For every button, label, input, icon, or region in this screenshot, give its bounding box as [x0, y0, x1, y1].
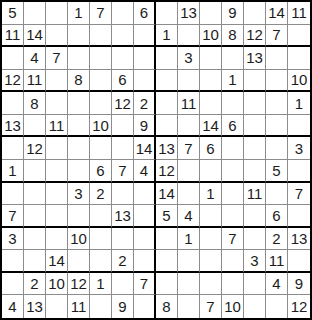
cell-r7c5[interactable] — [90, 137, 112, 160]
cell-r12c13[interactable]: 11 — [266, 250, 288, 273]
cell-r14c14[interactable]: 12 — [288, 295, 310, 318]
cell-r7c14[interactable]: 3 — [288, 137, 310, 160]
cell-r14c10[interactable]: 7 — [200, 295, 222, 318]
cell-r11c8[interactable] — [156, 228, 178, 251]
cell-r8c4[interactable] — [68, 160, 90, 183]
cell-r9c7[interactable] — [134, 183, 156, 206]
cell-r12c7[interactable] — [134, 250, 156, 273]
cell-r14c6[interactable]: 9 — [112, 295, 134, 318]
cell-r2c1[interactable]: 11 — [2, 25, 24, 48]
cell-r3c4[interactable] — [68, 47, 90, 70]
cell-r3c12[interactable]: 13 — [244, 47, 266, 70]
cell-r3c14[interactable] — [288, 47, 310, 70]
cell-r14c11[interactable]: 10 — [222, 295, 244, 318]
cell-r11c12[interactable] — [244, 228, 266, 251]
cell-r8c3[interactable] — [46, 160, 68, 183]
cell-r1c1[interactable]: 5 — [2, 2, 24, 25]
cell-r9c12[interactable]: 11 — [244, 183, 266, 206]
cell-r8c14[interactable] — [288, 160, 310, 183]
cell-r10c14[interactable] — [288, 205, 310, 228]
cell-r4c10[interactable] — [200, 70, 222, 93]
cell-r9c13[interactable] — [266, 183, 288, 206]
cell-r10c10[interactable] — [200, 205, 222, 228]
cell-r6c2[interactable] — [24, 115, 46, 138]
cell-r12c4[interactable] — [68, 250, 90, 273]
cell-r3c9[interactable]: 3 — [178, 47, 200, 70]
cell-r5c3[interactable] — [46, 92, 68, 115]
cell-r7c8[interactable]: 13 — [156, 137, 178, 160]
cell-r1c14[interactable]: 11 — [288, 2, 310, 25]
sudoku-board: 5176139141111141108127473131211861108122… — [0, 0, 312, 320]
cell-r7c2[interactable]: 12 — [24, 137, 46, 160]
cell-r9c6[interactable] — [112, 183, 134, 206]
cell-r13c13[interactable]: 4 — [266, 273, 288, 296]
cell-r11c2[interactable] — [24, 228, 46, 251]
cell-r8c10[interactable] — [200, 160, 222, 183]
cell-r6c10[interactable]: 14 — [200, 115, 222, 138]
cell-r1c12[interactable] — [244, 2, 266, 25]
cell-r1c6[interactable] — [112, 2, 134, 25]
cell-r1c8[interactable] — [156, 2, 178, 25]
cell-r4c7[interactable] — [134, 70, 156, 93]
cell-r4c4[interactable]: 8 — [68, 70, 90, 93]
cell-r5c11[interactable] — [222, 92, 244, 115]
cell-r2c7[interactable] — [134, 25, 156, 48]
cell-r12c6[interactable]: 2 — [112, 250, 134, 273]
cell-r12c14[interactable] — [288, 250, 310, 273]
cell-r3c7[interactable] — [134, 47, 156, 70]
cell-r1c3[interactable] — [46, 2, 68, 25]
cell-r11c13[interactable]: 2 — [266, 228, 288, 251]
cell-r6c7[interactable]: 9 — [134, 115, 156, 138]
cell-r6c8[interactable] — [156, 115, 178, 138]
cell-r14c13[interactable] — [266, 295, 288, 318]
cell-r11c14[interactable]: 13 — [288, 228, 310, 251]
cell-r12c12[interactable]: 3 — [244, 250, 266, 273]
cell-r4c1[interactable]: 12 — [2, 70, 24, 93]
cell-r4c2[interactable]: 11 — [24, 70, 46, 93]
cell-r1c5[interactable]: 7 — [90, 2, 112, 25]
cell-r7c4[interactable] — [68, 137, 90, 160]
cell-r2c6[interactable] — [112, 25, 134, 48]
cell-r10c11[interactable] — [222, 205, 244, 228]
cell-r13c10[interactable] — [200, 273, 222, 296]
cell-r5c13[interactable] — [266, 92, 288, 115]
cell-r6c9[interactable] — [178, 115, 200, 138]
cell-r3c10[interactable] — [200, 47, 222, 70]
cell-r10c6[interactable]: 13 — [112, 205, 134, 228]
cell-r3c5[interactable] — [90, 47, 112, 70]
cell-r3c1[interactable] — [2, 47, 24, 70]
cell-r2c12[interactable]: 12 — [244, 25, 266, 48]
cell-r10c3[interactable] — [46, 205, 68, 228]
cell-r2c13[interactable]: 7 — [266, 25, 288, 48]
cell-r1c2[interactable] — [24, 2, 46, 25]
cell-r5c2[interactable]: 8 — [24, 92, 46, 115]
cell-r9c9[interactable] — [178, 183, 200, 206]
cell-r4c12[interactable] — [244, 70, 266, 93]
cell-r3c8[interactable] — [156, 47, 178, 70]
cell-r12c8[interactable] — [156, 250, 178, 273]
cell-r12c3[interactable]: 14 — [46, 250, 68, 273]
cell-r6c1[interactable]: 13 — [2, 115, 24, 138]
cell-r7c3[interactable] — [46, 137, 68, 160]
cell-r14c9[interactable] — [178, 295, 200, 318]
cell-r4c13[interactable] — [266, 70, 288, 93]
cell-r12c9[interactable] — [178, 250, 200, 273]
cell-r1c10[interactable] — [200, 2, 222, 25]
cell-r4c9[interactable] — [178, 70, 200, 93]
cell-r13c8[interactable] — [156, 273, 178, 296]
cell-r5c5[interactable] — [90, 92, 112, 115]
cell-r13c3[interactable]: 10 — [46, 273, 68, 296]
cell-r4c3[interactable] — [46, 70, 68, 93]
cell-r5c1[interactable] — [2, 92, 24, 115]
cell-r13c12[interactable] — [244, 273, 266, 296]
cell-r10c12[interactable] — [244, 205, 266, 228]
cell-r8c1[interactable]: 1 — [2, 160, 24, 183]
cell-r4c11[interactable]: 1 — [222, 70, 244, 93]
cell-r10c5[interactable] — [90, 205, 112, 228]
cell-r6c11[interactable]: 6 — [222, 115, 244, 138]
cell-r13c4[interactable]: 12 — [68, 273, 90, 296]
cell-r2c14[interactable] — [288, 25, 310, 48]
cell-r7c12[interactable] — [244, 137, 266, 160]
cell-r2c3[interactable] — [46, 25, 68, 48]
cell-r6c13[interactable] — [266, 115, 288, 138]
cell-r14c4[interactable]: 11 — [68, 295, 90, 318]
cell-r1c4[interactable]: 1 — [68, 2, 90, 25]
cell-r3c3[interactable]: 7 — [46, 47, 68, 70]
cell-r3c11[interactable] — [222, 47, 244, 70]
cell-r11c1[interactable]: 3 — [2, 228, 24, 251]
cell-r5c14[interactable]: 1 — [288, 92, 310, 115]
cell-r5c8[interactable] — [156, 92, 178, 115]
cell-r2c10[interactable]: 10 — [200, 25, 222, 48]
cell-r10c7[interactable] — [134, 205, 156, 228]
cell-r2c5[interactable] — [90, 25, 112, 48]
cell-r10c1[interactable]: 7 — [2, 205, 24, 228]
cell-r8c8[interactable]: 12 — [156, 160, 178, 183]
cell-r5c4[interactable] — [68, 92, 90, 115]
cell-r8c9[interactable] — [178, 160, 200, 183]
cell-r4c14[interactable]: 10 — [288, 70, 310, 93]
cell-r8c13[interactable]: 5 — [266, 160, 288, 183]
cell-r14c3[interactable] — [46, 295, 68, 318]
cell-r10c2[interactable] — [24, 205, 46, 228]
cell-r4c5[interactable] — [90, 70, 112, 93]
cell-r11c6[interactable] — [112, 228, 134, 251]
cell-r9c2[interactable] — [24, 183, 46, 206]
cell-r5c9[interactable]: 11 — [178, 92, 200, 115]
cell-r4c8[interactable] — [156, 70, 178, 93]
cell-r13c1[interactable] — [2, 273, 24, 296]
cell-r10c9[interactable]: 4 — [178, 205, 200, 228]
cell-r10c4[interactable] — [68, 205, 90, 228]
cell-r12c5[interactable] — [90, 250, 112, 273]
cell-r11c11[interactable]: 7 — [222, 228, 244, 251]
cell-r7c6[interactable] — [112, 137, 134, 160]
cell-r11c9[interactable]: 1 — [178, 228, 200, 251]
cell-r9c3[interactable] — [46, 183, 68, 206]
cell-r8c11[interactable] — [222, 160, 244, 183]
cell-r14c7[interactable] — [134, 295, 156, 318]
cell-r6c4[interactable] — [68, 115, 90, 138]
cell-r3c2[interactable]: 4 — [24, 47, 46, 70]
cell-r8c12[interactable] — [244, 160, 266, 183]
cell-r7c10[interactable]: 6 — [200, 137, 222, 160]
cell-r3c13[interactable] — [266, 47, 288, 70]
cell-r3c6[interactable] — [112, 47, 134, 70]
cell-r8c7[interactable]: 4 — [134, 160, 156, 183]
cell-r2c2[interactable]: 14 — [24, 25, 46, 48]
cell-r13c14[interactable]: 9 — [288, 273, 310, 296]
cell-r13c11[interactable] — [222, 273, 244, 296]
cell-r12c11[interactable] — [222, 250, 244, 273]
cell-r6c5[interactable]: 10 — [90, 115, 112, 138]
cell-r6c12[interactable] — [244, 115, 266, 138]
cell-r13c6[interactable] — [112, 273, 134, 296]
cell-r14c2[interactable]: 13 — [24, 295, 46, 318]
cell-r1c11[interactable]: 9 — [222, 2, 244, 25]
cell-r13c5[interactable]: 1 — [90, 273, 112, 296]
cell-r9c5[interactable]: 2 — [90, 183, 112, 206]
cell-r14c5[interactable] — [90, 295, 112, 318]
cell-r5c7[interactable]: 2 — [134, 92, 156, 115]
cell-r8c5[interactable]: 6 — [90, 160, 112, 183]
cell-r14c8[interactable]: 8 — [156, 295, 178, 318]
cell-r5c10[interactable] — [200, 92, 222, 115]
cell-r1c13[interactable]: 14 — [266, 2, 288, 25]
cell-r9c11[interactable] — [222, 183, 244, 206]
cell-r11c5[interactable] — [90, 228, 112, 251]
cell-r2c8[interactable]: 1 — [156, 25, 178, 48]
cell-r7c11[interactable] — [222, 137, 244, 160]
cell-r7c1[interactable] — [2, 137, 24, 160]
cell-r7c13[interactable] — [266, 137, 288, 160]
cell-r13c9[interactable] — [178, 273, 200, 296]
cell-r6c6[interactable] — [112, 115, 134, 138]
cell-r13c2[interactable]: 2 — [24, 273, 46, 296]
cell-r12c1[interactable] — [2, 250, 24, 273]
cell-r2c4[interactable] — [68, 25, 90, 48]
cell-r8c6[interactable]: 7 — [112, 160, 134, 183]
cell-r13c7[interactable]: 7 — [134, 273, 156, 296]
cell-r12c2[interactable] — [24, 250, 46, 273]
cell-r7c9[interactable]: 7 — [178, 137, 200, 160]
cell-r11c3[interactable] — [46, 228, 68, 251]
cell-r10c8[interactable]: 5 — [156, 205, 178, 228]
cell-r9c1[interactable] — [2, 183, 24, 206]
cell-r14c12[interactable] — [244, 295, 266, 318]
cell-r11c4[interactable]: 10 — [68, 228, 90, 251]
cell-r12c10[interactable] — [200, 250, 222, 273]
cell-r2c9[interactable] — [178, 25, 200, 48]
cell-r10c13[interactable]: 6 — [266, 205, 288, 228]
cell-r6c3[interactable]: 11 — [46, 115, 68, 138]
cell-r1c9[interactable]: 13 — [178, 2, 200, 25]
cell-r9c14[interactable]: 7 — [288, 183, 310, 206]
cell-r9c4[interactable]: 3 — [68, 183, 90, 206]
cell-r14c1[interactable]: 4 — [2, 295, 24, 318]
cell-r9c10[interactable]: 1 — [200, 183, 222, 206]
cell-r5c6[interactable]: 12 — [112, 92, 134, 115]
cell-r5c12[interactable] — [244, 92, 266, 115]
cell-r7c7[interactable]: 14 — [134, 137, 156, 160]
cell-r4c6[interactable]: 6 — [112, 70, 134, 93]
cell-r6c14[interactable] — [288, 115, 310, 138]
cell-r9c8[interactable]: 14 — [156, 183, 178, 206]
cell-r2c11[interactable]: 8 — [222, 25, 244, 48]
cell-r11c7[interactable] — [134, 228, 156, 251]
cell-r8c2[interactable] — [24, 160, 46, 183]
cell-r1c7[interactable]: 6 — [134, 2, 156, 25]
cell-r11c10[interactable] — [200, 228, 222, 251]
